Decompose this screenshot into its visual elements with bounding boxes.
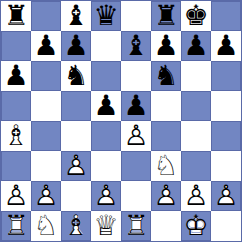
square-c3[interactable]: ♟♙ [61,151,91,181]
white-pawn-outline: ♙ [123,122,148,150]
white-bishop-outline: ♗ [3,122,28,150]
square-h1[interactable] [211,211,241,241]
square-d4[interactable] [91,121,121,151]
square-a5[interactable] [1,91,31,121]
square-a1[interactable]: ♜♖ [1,211,31,241]
black-rook-piece[interactable]: ♜ [151,1,181,31]
white-rook-outline: ♖ [123,212,148,240]
square-c1[interactable]: ♝♗ [61,211,91,241]
white-king-outline: ♔ [183,212,208,240]
square-e7[interactable]: ♝ [121,31,151,61]
square-d1[interactable]: ♛♕ [91,211,121,241]
square-h2[interactable]: ♟♙ [211,181,241,211]
black-queen-piece[interactable]: ♛ [91,1,121,31]
chess-board: ♜♝♛♜♚♟♟♝♟♟♟♟♞♞♟♟♝♗♟♙♟♙♞♘♟♙♟♙♟♙♟♙♟♙♟♙♜♖♞♘… [0,0,242,242]
square-d7[interactable] [91,31,121,61]
square-c2[interactable] [61,181,91,211]
white-knight-piece[interactable]: ♞♘ [151,151,181,181]
square-c6[interactable]: ♞ [61,61,91,91]
black-king-piece[interactable]: ♚ [181,1,211,31]
white-knight-outline: ♘ [33,212,58,240]
square-c8[interactable]: ♝ [61,1,91,31]
square-e4[interactable]: ♟♙ [121,121,151,151]
square-f8[interactable]: ♜ [151,1,181,31]
white-bishop-piece[interactable]: ♝♗ [1,121,31,151]
square-e2[interactable] [121,181,151,211]
white-pawn-piece[interactable]: ♟♙ [91,181,121,211]
white-pawn-piece[interactable]: ♟♙ [31,181,61,211]
white-pawn-outline: ♙ [183,182,208,210]
white-rook-outline: ♖ [3,212,28,240]
square-g5[interactable] [181,91,211,121]
white-pawn-piece[interactable]: ♟♙ [121,121,151,151]
black-pawn-piece[interactable]: ♟ [151,31,181,61]
square-b7[interactable]: ♟ [31,31,61,61]
black-bishop-piece[interactable]: ♝ [121,31,151,61]
white-pawn-outline: ♙ [153,182,178,210]
white-queen-piece[interactable]: ♛♕ [91,211,121,241]
square-e1[interactable]: ♜♖ [121,211,151,241]
white-queen-outline: ♕ [93,212,118,240]
square-a4[interactable]: ♝♗ [1,121,31,151]
square-e3[interactable] [121,151,151,181]
white-pawn-piece[interactable]: ♟♙ [211,181,241,211]
square-g3[interactable] [181,151,211,181]
square-c5[interactable] [61,91,91,121]
square-h8[interactable] [211,1,241,31]
square-g1[interactable]: ♚♔ [181,211,211,241]
square-d8[interactable]: ♛ [91,1,121,31]
square-f5[interactable] [151,91,181,121]
square-h3[interactable] [211,151,241,181]
square-e8[interactable] [121,1,151,31]
square-b8[interactable] [31,1,61,31]
black-pawn-piece[interactable]: ♟ [61,31,91,61]
black-pawn-piece[interactable]: ♟ [91,91,121,121]
square-g4[interactable] [181,121,211,151]
black-pawn-piece[interactable]: ♟ [211,31,241,61]
square-f7[interactable]: ♟ [151,31,181,61]
square-h4[interactable] [211,121,241,151]
black-rook-piece[interactable]: ♜ [1,1,31,31]
square-g7[interactable]: ♟ [181,31,211,61]
white-pawn-piece[interactable]: ♟♙ [61,151,91,181]
black-pawn-piece[interactable]: ♟ [121,91,151,121]
white-pawn-piece[interactable]: ♟♙ [151,181,181,211]
square-f1[interactable] [151,211,181,241]
white-bishop-outline: ♗ [63,212,88,240]
white-pawn-piece[interactable]: ♟♙ [181,181,211,211]
white-pawn-outline: ♙ [63,152,88,180]
square-a6[interactable]: ♟ [1,61,31,91]
square-a7[interactable] [1,31,31,61]
square-h5[interactable] [211,91,241,121]
white-bishop-piece[interactable]: ♝♗ [61,211,91,241]
square-b5[interactable] [31,91,61,121]
white-rook-piece[interactable]: ♜♖ [1,211,31,241]
black-pawn-piece[interactable]: ♟ [181,31,211,61]
black-pawn-piece[interactable]: ♟ [31,31,61,61]
square-h7[interactable]: ♟ [211,31,241,61]
square-b2[interactable]: ♟♙ [31,181,61,211]
white-rook-piece[interactable]: ♜♖ [121,211,151,241]
white-knight-outline: ♘ [153,152,178,180]
square-f2[interactable]: ♟♙ [151,181,181,211]
square-f4[interactable] [151,121,181,151]
square-a8[interactable]: ♜ [1,1,31,31]
square-g6[interactable] [181,61,211,91]
square-b4[interactable] [31,121,61,151]
square-d3[interactable] [91,151,121,181]
square-d2[interactable]: ♟♙ [91,181,121,211]
black-bishop-piece[interactable]: ♝ [61,1,91,31]
white-pawn-piece[interactable]: ♟♙ [1,181,31,211]
white-pawn-outline: ♙ [93,182,118,210]
square-d5[interactable]: ♟ [91,91,121,121]
square-c4[interactable] [61,121,91,151]
black-knight-piece[interactable]: ♞ [61,61,91,91]
square-g8[interactable]: ♚ [181,1,211,31]
square-d6[interactable] [91,61,121,91]
square-b3[interactable] [31,151,61,181]
black-pawn-piece[interactable]: ♟ [1,61,31,91]
square-b1[interactable]: ♞♘ [31,211,61,241]
square-f3[interactable]: ♞♘ [151,151,181,181]
square-b6[interactable] [31,61,61,91]
white-pawn-outline: ♙ [33,182,58,210]
black-knight-piece[interactable]: ♞ [151,61,181,91]
white-knight-piece[interactable]: ♞♘ [31,211,61,241]
square-e6[interactable] [121,61,151,91]
square-f6[interactable]: ♞ [151,61,181,91]
square-a2[interactable]: ♟♙ [1,181,31,211]
square-e5[interactable]: ♟ [121,91,151,121]
white-pawn-outline: ♙ [3,182,28,210]
square-a3[interactable] [1,151,31,181]
square-h6[interactable] [211,61,241,91]
square-g2[interactable]: ♟♙ [181,181,211,211]
square-c7[interactable]: ♟ [61,31,91,61]
white-king-piece[interactable]: ♚♔ [181,211,211,241]
white-pawn-outline: ♙ [213,182,238,210]
